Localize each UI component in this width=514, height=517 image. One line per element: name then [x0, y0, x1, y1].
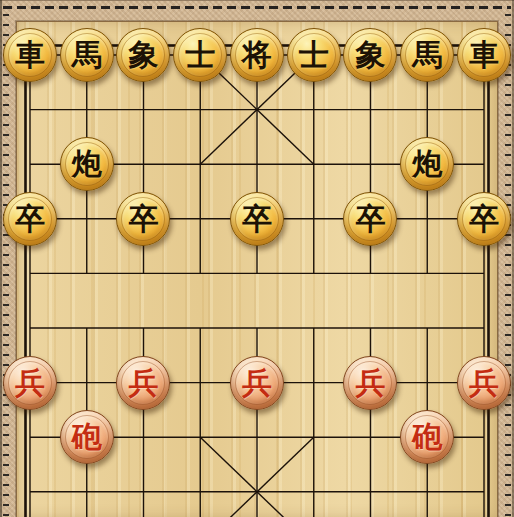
piece-glyph: 炮: [412, 149, 442, 179]
piece-black-elephant[interactable]: 象: [116, 28, 170, 82]
piece-glyph: 兵: [128, 368, 158, 398]
piece-black-soldier[interactable]: 卒: [343, 192, 397, 246]
piece-black-elephant[interactable]: 象: [343, 28, 397, 82]
piece-red-soldier[interactable]: 兵: [457, 356, 511, 410]
piece-black-advisor[interactable]: 士: [287, 28, 341, 82]
piece-glyph: 車: [15, 40, 45, 70]
piece-glyph: 砲: [412, 422, 442, 452]
piece-glyph: 士: [299, 40, 329, 70]
piece-glyph: 卒: [355, 204, 385, 234]
piece-glyph: 馬: [412, 40, 442, 70]
piece-black-cannon[interactable]: 炮: [60, 137, 114, 191]
piece-glyph: 炮: [72, 149, 102, 179]
piece-glyph: 卒: [469, 204, 499, 234]
piece-glyph: 象: [355, 40, 385, 70]
piece-black-advisor[interactable]: 士: [173, 28, 227, 82]
piece-red-soldier[interactable]: 兵: [116, 356, 170, 410]
piece-black-cannon[interactable]: 炮: [400, 137, 454, 191]
piece-black-soldier[interactable]: 卒: [230, 192, 284, 246]
xiangqi-board-window: 車馬象士将士象馬車炮炮卒卒卒卒卒兵兵兵兵兵砲砲: [0, 0, 514, 517]
piece-black-chariot[interactable]: 車: [457, 28, 511, 82]
piece-black-general[interactable]: 将: [230, 28, 284, 82]
piece-black-soldier[interactable]: 卒: [116, 192, 170, 246]
piece-black-soldier[interactable]: 卒: [457, 192, 511, 246]
piece-glyph: 卒: [128, 204, 158, 234]
piece-glyph: 兵: [242, 368, 272, 398]
piece-glyph: 象: [128, 40, 158, 70]
piece-black-horse[interactable]: 馬: [400, 28, 454, 82]
piece-glyph: 卒: [242, 204, 272, 234]
piece-glyph: 砲: [72, 422, 102, 452]
piece-glyph: 士: [185, 40, 215, 70]
piece-glyph: 卒: [15, 204, 45, 234]
piece-glyph: 馬: [72, 40, 102, 70]
piece-black-soldier[interactable]: 卒: [3, 192, 57, 246]
piece-red-soldier[interactable]: 兵: [230, 356, 284, 410]
piece-glyph: 兵: [355, 368, 385, 398]
piece-red-cannon[interactable]: 砲: [400, 410, 454, 464]
piece-black-chariot[interactable]: 車: [3, 28, 57, 82]
piece-black-horse[interactable]: 馬: [60, 28, 114, 82]
piece-red-soldier[interactable]: 兵: [343, 356, 397, 410]
pieces-grid: 車馬象士将士象馬車炮炮卒卒卒卒卒兵兵兵兵兵砲砲: [2, 28, 513, 517]
piece-red-cannon[interactable]: 砲: [60, 410, 114, 464]
piece-glyph: 車: [469, 40, 499, 70]
piece-red-soldier[interactable]: 兵: [3, 356, 57, 410]
piece-glyph: 将: [242, 40, 272, 70]
piece-glyph: 兵: [15, 368, 45, 398]
piece-glyph: 兵: [469, 368, 499, 398]
